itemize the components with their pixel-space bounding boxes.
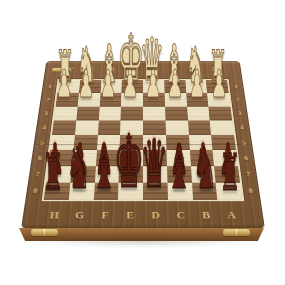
chess-set-photo: HGFEDCBA HGFEDCBA 12345678 12345678 ♜♞♝♚… (0, 0, 285, 285)
pieces-layer: ♜♞♝♚♛♝♞♜♟♟♟♟♟♟♟♟♟♟♟♟♟♟♟♟♜♞♝♚♛♝♞♜ (0, 0, 285, 285)
